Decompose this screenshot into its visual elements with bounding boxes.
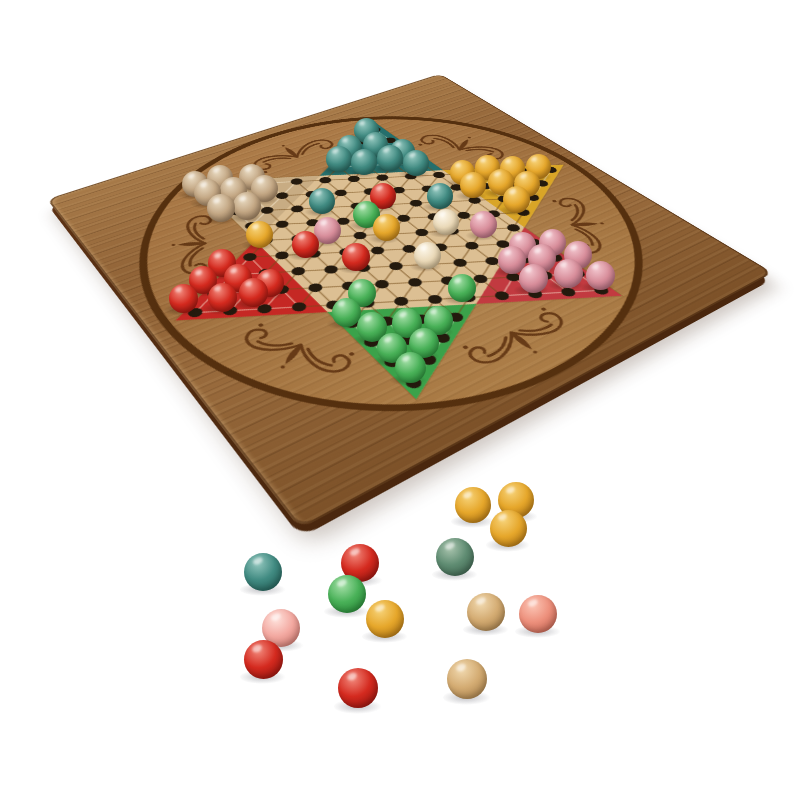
marble-sphere <box>373 214 400 241</box>
marble-sphere <box>244 553 282 591</box>
marble-teal[interactable] <box>309 188 335 214</box>
marble-sphere <box>455 487 491 523</box>
marble-sphere <box>395 352 426 383</box>
marble-sphere <box>427 183 453 209</box>
marble-sphere <box>554 259 583 288</box>
marble-yellow[interactable] <box>373 214 400 241</box>
marble-sphere <box>447 659 487 699</box>
marble-green[interactable] <box>448 274 476 302</box>
marble-green[interactable] <box>395 352 426 383</box>
marble-red[interactable] <box>338 668 378 708</box>
marble-sphere <box>467 593 505 631</box>
marble-red[interactable] <box>292 231 319 258</box>
marble-cream[interactable] <box>433 209 459 235</box>
marble-sphere <box>351 149 377 175</box>
marble-pink[interactable] <box>586 261 615 290</box>
marble-sphere <box>377 145 403 171</box>
marble-sphere <box>207 194 235 222</box>
marble-sphere <box>309 188 335 214</box>
marble-yellow[interactable] <box>460 172 486 198</box>
marble-sphere <box>519 595 557 633</box>
marble-sphere <box>460 172 486 198</box>
marble-teal[interactable] <box>351 149 377 175</box>
marble-teal[interactable] <box>326 146 352 172</box>
marble-sphere <box>246 221 273 248</box>
marble-yellow[interactable] <box>455 487 491 523</box>
marble-sphere <box>414 242 441 269</box>
marble-sphere <box>403 150 429 176</box>
marble-sphere <box>328 575 366 613</box>
marble-red[interactable] <box>342 243 370 271</box>
marble-teal[interactable] <box>377 145 403 171</box>
marble-yellow[interactable] <box>490 510 527 547</box>
marble-sphere <box>244 640 283 679</box>
marble-green[interactable] <box>328 575 366 613</box>
marble-tan[interactable] <box>207 194 235 222</box>
marble-sand[interactable] <box>467 593 505 631</box>
marble-red[interactable] <box>244 640 283 679</box>
marble-yellow[interactable] <box>366 600 404 638</box>
marble-pink[interactable] <box>519 264 548 293</box>
marble-sphere <box>490 510 527 547</box>
marble-tan[interactable] <box>233 192 261 220</box>
marble-sphere <box>448 274 476 302</box>
marble-sphere <box>342 243 370 271</box>
marble-sphere <box>586 261 615 290</box>
marble-salmon[interactable] <box>519 595 557 633</box>
marble-teal[interactable] <box>244 553 282 591</box>
marble-teal[interactable] <box>427 183 453 209</box>
marble-sphere <box>503 186 530 213</box>
marble-red[interactable] <box>208 283 237 312</box>
marble-sphere <box>292 231 319 258</box>
product-photo-stage <box>0 0 800 800</box>
marble-yellow[interactable] <box>503 186 530 213</box>
marble-sphere <box>366 600 404 638</box>
marble-sphere <box>208 283 237 312</box>
marble-layer <box>0 0 800 800</box>
marble-sphere <box>433 209 459 235</box>
marble-cream[interactable] <box>414 242 441 269</box>
marble-pink[interactable] <box>554 259 583 288</box>
marble-sphere <box>436 538 474 576</box>
marble-sphere <box>233 192 261 220</box>
marble-red[interactable] <box>169 284 198 313</box>
marble-yellow[interactable] <box>246 221 273 248</box>
marble-sphere <box>519 264 548 293</box>
marble-sphere <box>326 146 352 172</box>
marble-sphere <box>338 668 378 708</box>
marble-red[interactable] <box>239 278 268 307</box>
marble-teal[interactable] <box>403 150 429 176</box>
marble-sphere <box>239 278 268 307</box>
marble-sage[interactable] <box>436 538 474 576</box>
marble-sphere <box>470 211 497 238</box>
marble-sand[interactable] <box>447 659 487 699</box>
marble-sphere <box>169 284 198 313</box>
marble-pink[interactable] <box>470 211 497 238</box>
